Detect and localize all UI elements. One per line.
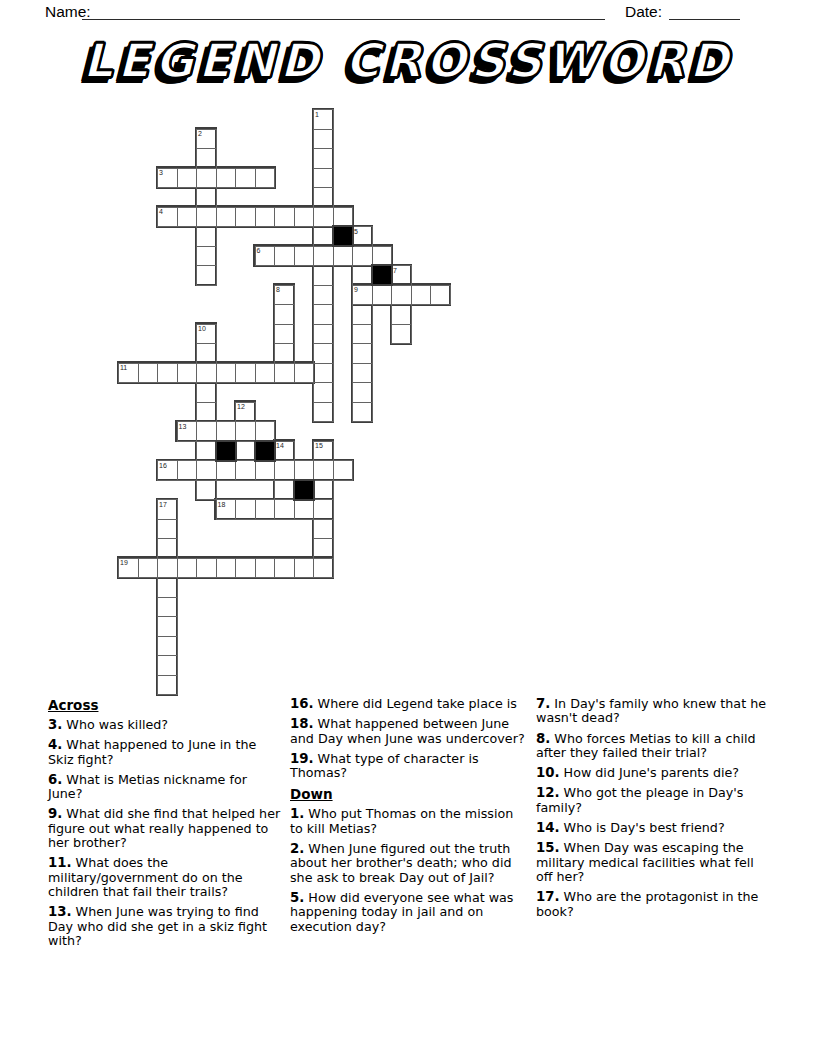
- grid-cell[interactable]: [235, 168, 256, 189]
- grid-cell[interactable]: [274, 499, 295, 520]
- clue-number: 11.: [48, 855, 72, 870]
- clue-item: 1. Who put Thomas on the mission to kill…: [290, 807, 530, 836]
- grid-cell[interactable]: [157, 207, 178, 228]
- clue-number: 18.: [290, 716, 314, 731]
- grid-cell[interactable]: [352, 246, 373, 267]
- grid-cell[interactable]: [274, 285, 295, 306]
- grid-cell[interactable]: [274, 343, 295, 364]
- clue-text: What is Metias nickname for June?: [48, 772, 247, 801]
- grid-cell[interactable]: [235, 421, 256, 442]
- grid-cell[interactable]: [255, 363, 276, 384]
- clue-text: How did June's parents die?: [560, 765, 740, 780]
- grid-cell[interactable]: [216, 499, 237, 520]
- grid-cell[interactable]: [138, 363, 159, 384]
- grid-cell[interactable]: [352, 382, 373, 403]
- clue-text: How did everyone see what was happening …: [290, 890, 513, 934]
- grid-cell[interactable]: [352, 304, 373, 325]
- clue-item: 13. When June was trying to find Day who…: [48, 905, 284, 948]
- clue-text: Who put Thomas on the mission to kill Me…: [290, 806, 513, 835]
- grid-cell[interactable]: [196, 558, 217, 579]
- clue-number: 14.: [536, 820, 560, 835]
- grid-cell[interactable]: [196, 343, 217, 364]
- grid-cell[interactable]: [333, 207, 354, 228]
- clue-item: 15. When Day was escaping the military m…: [536, 841, 772, 884]
- clue-block: 7. In Day's family who knew that he wasn…: [536, 697, 772, 919]
- grid-cell[interactable]: [196, 168, 217, 189]
- clue-item: 5. How did everyone see what was happeni…: [290, 891, 530, 934]
- grid-cell[interactable]: [255, 460, 276, 481]
- grid-cell[interactable]: [274, 460, 295, 481]
- grid-cell[interactable]: [216, 363, 237, 384]
- clue-number: 12.: [536, 785, 560, 800]
- grid-cell[interactable]: [294, 207, 315, 228]
- grid-cell[interactable]: [177, 363, 198, 384]
- clue-item: 17. Who are the protagonist in the book?: [536, 890, 772, 919]
- grid-cell[interactable]: [313, 480, 334, 501]
- grid-cell[interactable]: [313, 285, 334, 306]
- grid-cell[interactable]: [157, 636, 178, 657]
- grid-cell[interactable]: [274, 304, 295, 325]
- clue-item: 4. What happened to June in the Skiz fig…: [48, 738, 284, 767]
- clue-column-2: 16. Where did Legend take place is18. Wh…: [290, 697, 530, 940]
- grid-cell[interactable]: [274, 363, 295, 384]
- grid-cell[interactable]: [157, 519, 178, 540]
- grid-cell[interactable]: [216, 460, 237, 481]
- clue-column-1: Across3. Who was killed?4. What happened…: [48, 697, 284, 954]
- clue-item: 2. When June figured out the truth about…: [290, 842, 530, 885]
- clue-text: Where did Legend take place is: [314, 696, 517, 711]
- grid-cell[interactable]: [313, 265, 334, 286]
- clue-text: What happened between June and Day when …: [290, 716, 525, 745]
- grid-cell[interactable]: [352, 324, 373, 345]
- grid-cell[interactable]: [177, 421, 198, 442]
- grid-cell[interactable]: [138, 558, 159, 579]
- clue-text: Who forces Metias to kill a child after …: [536, 731, 756, 760]
- grid-cell[interactable]: [274, 558, 295, 579]
- grid-cell[interactable]: [294, 363, 315, 384]
- clue-block: 16. Where did Legend take place is18. Wh…: [290, 697, 530, 780]
- clue-list-header: Down: [290, 786, 530, 802]
- grid-cell[interactable]: [294, 558, 315, 579]
- black-cell: [293, 479, 315, 501]
- grid-cell[interactable]: [196, 402, 217, 423]
- grid-cell[interactable]: [313, 109, 334, 130]
- crossword-worksheet: { "game": "crossword", "title": "LEGEND …: [0, 0, 816, 1056]
- grid-cell[interactable]: [352, 363, 373, 384]
- grid-cell[interactable]: [255, 499, 276, 520]
- grid-cell[interactable]: [313, 538, 334, 559]
- clue-number: 4.: [48, 737, 62, 752]
- grid-cell[interactable]: [294, 460, 315, 481]
- clue-number: 6.: [48, 772, 62, 787]
- grid-cell[interactable]: [157, 460, 178, 481]
- grid-cell[interactable]: [255, 558, 276, 579]
- grid-cell[interactable]: [313, 226, 334, 247]
- grid-cell[interactable]: [372, 246, 393, 267]
- grid-cell[interactable]: [294, 499, 315, 520]
- grid-cell[interactable]: [216, 558, 237, 579]
- grid-cell[interactable]: [235, 499, 256, 520]
- clue-number: 19.: [290, 751, 314, 766]
- clue-text: When June figured out the truth about he…: [290, 841, 511, 885]
- grid-cell[interactable]: [196, 363, 217, 384]
- clue-number: 9.: [48, 806, 62, 821]
- grid-cell[interactable]: [333, 460, 354, 481]
- grid-cell[interactable]: [157, 168, 178, 189]
- grid-cell[interactable]: [274, 480, 295, 501]
- grid-cell[interactable]: [177, 168, 198, 189]
- grid-cell[interactable]: [313, 558, 334, 579]
- grid-cell[interactable]: [313, 148, 334, 169]
- clue-text: What type of character is Thomas?: [290, 751, 479, 780]
- clue-text: What did she find that helped her figure…: [48, 806, 280, 850]
- clue-item: 6. What is Metias nickname for June?: [48, 773, 284, 802]
- grid-cell[interactable]: [157, 616, 178, 637]
- grid-cell[interactable]: [235, 207, 256, 228]
- grid-cell[interactable]: [313, 402, 334, 423]
- clue-text: In Day's family who knew that he wasn't …: [536, 696, 766, 725]
- clue-item: 8. Who forces Metias to kill a child aft…: [536, 732, 772, 761]
- grid-cell[interactable]: [196, 207, 217, 228]
- clue-number: 13.: [48, 904, 72, 919]
- black-cell: [371, 264, 393, 286]
- grid-cell[interactable]: [157, 499, 178, 520]
- grid-cell[interactable]: [196, 460, 217, 481]
- grid-cell[interactable]: [235, 441, 256, 462]
- clue-block: Across3. Who was killed?4. What happened…: [48, 697, 284, 948]
- clue-item: 19. What type of character is Thomas?: [290, 752, 530, 781]
- grid-cell[interactable]: [118, 558, 139, 579]
- clue-column-3: 7. In Day's family who knew that he wasn…: [536, 697, 772, 925]
- clue-item: 16. Where did Legend take place is: [290, 697, 530, 711]
- grid-cell[interactable]: [157, 655, 178, 676]
- clue-number: 5.: [290, 890, 304, 905]
- grid-cell[interactable]: [157, 538, 178, 559]
- clue-item: 18. What happened between June and Day w…: [290, 717, 530, 746]
- grid-cell[interactable]: [235, 558, 256, 579]
- grid-cell[interactable]: [274, 441, 295, 462]
- clue-number: 17.: [536, 889, 560, 904]
- grid-cell[interactable]: [196, 129, 217, 150]
- grid-cell[interactable]: [391, 324, 412, 345]
- clue-number: 16.: [290, 696, 314, 711]
- grid-cell[interactable]: [196, 421, 217, 442]
- grid-cell[interactable]: [333, 246, 354, 267]
- grid-cell[interactable]: [216, 421, 237, 442]
- name-write-line: [82, 2, 605, 20]
- clue-text: When Day was escaping the military medic…: [536, 840, 754, 884]
- clue-number: 8.: [536, 731, 550, 746]
- grid-cell[interactable]: [196, 324, 217, 345]
- clue-text: What happened to June in the Skiz fight?: [48, 737, 256, 766]
- grid-cell[interactable]: [411, 285, 432, 306]
- grid-cell[interactable]: [157, 363, 178, 384]
- grid-cell[interactable]: [352, 343, 373, 364]
- date-label: Date:: [625, 3, 662, 21]
- grid-cell[interactable]: [157, 577, 178, 598]
- grid-cell[interactable]: [313, 187, 334, 208]
- grid-cell[interactable]: [313, 324, 334, 345]
- clue-item: 14. Who is Day's best friend?: [536, 821, 772, 835]
- grid-cell[interactable]: [157, 675, 178, 696]
- clue-text: When June was trying to find Day who did…: [48, 904, 267, 948]
- grid-cell[interactable]: [294, 246, 315, 267]
- grid-cell[interactable]: [313, 363, 334, 384]
- grid-cell[interactable]: [196, 265, 217, 286]
- grid-cell[interactable]: [196, 187, 217, 208]
- grid-cell[interactable]: [372, 285, 393, 306]
- grid-cell[interactable]: [157, 597, 178, 618]
- clue-text: Who are the protagonist in the book?: [536, 889, 758, 918]
- clue-list-header: Across: [48, 697, 284, 713]
- grid-cell[interactable]: [313, 441, 334, 462]
- clue-text: Who is Day's best friend?: [560, 820, 725, 835]
- clue-item: 9. What did she find that helped her fig…: [48, 807, 284, 850]
- grid-cell[interactable]: [313, 519, 334, 540]
- grid-cell[interactable]: [274, 246, 295, 267]
- grid-cell[interactable]: [313, 499, 334, 520]
- clue-number: 10.: [536, 765, 560, 780]
- clue-item: 11. What does the military/government do…: [48, 856, 284, 899]
- grid-cell[interactable]: [177, 460, 198, 481]
- clue-item: 7. In Day's family who knew that he wasn…: [536, 697, 772, 726]
- crossword-grid: 12345678910111213141516171819: [118, 109, 452, 696]
- grid-cell[interactable]: [313, 304, 334, 325]
- grid-cell[interactable]: [352, 226, 373, 247]
- grid-cell[interactable]: [235, 460, 256, 481]
- clue-number: 3.: [48, 717, 62, 732]
- clue-block: Down1. Who put Thomas on the mission to …: [290, 786, 530, 933]
- clue-number: 15.: [536, 840, 560, 855]
- clue-text: Who got the pleage in Day's family?: [536, 785, 743, 814]
- grid-cell[interactable]: [196, 441, 217, 462]
- clue-text: What does the military/government do on …: [48, 855, 243, 899]
- clue-number: 1.: [290, 806, 304, 821]
- clue-item: 3. Who was killed?: [48, 718, 284, 732]
- grid-cell[interactable]: [391, 285, 412, 306]
- grid-cell[interactable]: [196, 246, 217, 267]
- clue-number: 2.: [290, 841, 304, 856]
- grid-cell[interactable]: [255, 421, 276, 442]
- grid-cell[interactable]: [255, 207, 276, 228]
- grid-cell[interactable]: [313, 168, 334, 189]
- grid-cell[interactable]: [196, 148, 217, 169]
- grid-cell[interactable]: [391, 304, 412, 325]
- grid-cell[interactable]: [313, 129, 334, 150]
- grid-cell[interactable]: [196, 382, 217, 403]
- grid-cell[interactable]: [216, 168, 237, 189]
- grid-cell[interactable]: [352, 402, 373, 423]
- black-cell: [254, 440, 276, 462]
- grid-cell[interactable]: [235, 402, 256, 423]
- grid-cell[interactable]: [313, 382, 334, 403]
- grid-cell[interactable]: [274, 207, 295, 228]
- black-cell: [215, 440, 237, 462]
- grid-cell[interactable]: [177, 558, 198, 579]
- page-title: LEGEND CROSSWORD: [0, 33, 816, 88]
- grid-cell[interactable]: [274, 324, 295, 345]
- grid-cell[interactable]: [196, 480, 217, 501]
- grid-cell[interactable]: [235, 363, 256, 384]
- grid-cell[interactable]: [196, 226, 217, 247]
- grid-cell[interactable]: [313, 343, 334, 364]
- grid-cell[interactable]: [313, 246, 334, 267]
- grid-cell[interactable]: [255, 168, 276, 189]
- grid-cell[interactable]: [255, 246, 276, 267]
- clue-text: Who was killed?: [62, 717, 168, 732]
- clue-number: 7.: [536, 696, 550, 711]
- grid-cell[interactable]: [430, 285, 451, 306]
- grid-cell[interactable]: [352, 285, 373, 306]
- grid-cell[interactable]: [157, 558, 178, 579]
- clue-item: 10. How did June's parents die?: [536, 766, 772, 780]
- clue-item: 12. Who got the pleage in Day's family?: [536, 786, 772, 815]
- grid-cell[interactable]: [118, 363, 139, 384]
- black-cell: [332, 225, 354, 247]
- grid-cell[interactable]: [313, 207, 334, 228]
- grid-cell[interactable]: [177, 207, 198, 228]
- grid-cell[interactable]: [313, 460, 334, 481]
- grid-cell[interactable]: [352, 265, 373, 286]
- date-write-line: [669, 2, 740, 20]
- grid-cell[interactable]: [216, 207, 237, 228]
- grid-cell[interactable]: [391, 265, 412, 286]
